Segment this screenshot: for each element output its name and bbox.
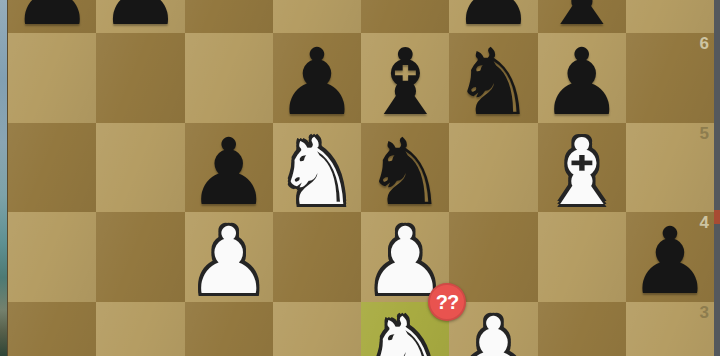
black-pawn-a7[interactable]: ♟ — [11, 0, 93, 38]
square-e6[interactable]: ♝ — [361, 33, 449, 123]
black-knight-f6[interactable]: ♞ — [452, 38, 534, 128]
chess-app-viewport: ♟♟♟♝♟♝♞♟6♟♞♞♝5♟♟♟4♞♟3 ?? — [0, 0, 720, 356]
scrollbar-marker[interactable] — [714, 210, 720, 224]
square-b5[interactable] — [96, 123, 184, 213]
black-pawn-c5[interactable]: ♟ — [187, 128, 269, 218]
white-pawn-f3[interactable]: ♟ — [452, 307, 534, 356]
square-d5[interactable]: ♞ — [273, 123, 361, 213]
square-d6[interactable]: ♟ — [273, 33, 361, 123]
square-h5[interactable]: 5 — [626, 123, 714, 213]
white-bishop-g5[interactable]: ♝ — [540, 128, 622, 218]
square-g6[interactable]: ♟ — [538, 33, 626, 123]
square-g3[interactable] — [538, 302, 626, 356]
square-h6[interactable]: 6 — [626, 33, 714, 123]
black-knight-e5[interactable]: ♞ — [364, 128, 446, 218]
square-d3[interactable] — [273, 302, 361, 356]
black-pawn-d6[interactable]: ♟ — [276, 38, 358, 128]
square-f5[interactable] — [449, 123, 537, 213]
white-pawn-c4[interactable]: ♟ — [187, 217, 269, 307]
scrollbar-track[interactable] — [714, 0, 720, 356]
square-b4[interactable] — [96, 212, 184, 302]
square-e5[interactable]: ♞ — [361, 123, 449, 213]
square-g5[interactable]: ♝ — [538, 123, 626, 213]
black-pawn-g6[interactable]: ♟ — [540, 38, 622, 128]
square-b3[interactable] — [96, 302, 184, 356]
square-b7[interactable]: ♟ — [96, 0, 184, 33]
blunder-badge: ?? — [428, 283, 466, 321]
square-c4[interactable]: ♟ — [185, 212, 273, 302]
square-f6[interactable]: ♞ — [449, 33, 537, 123]
rank-label-4: 4 — [700, 214, 709, 231]
square-h7[interactable] — [626, 0, 714, 33]
rank-label-3: 3 — [700, 304, 709, 321]
square-c6[interactable] — [185, 33, 273, 123]
square-c7[interactable] — [185, 0, 273, 33]
square-a6[interactable] — [8, 33, 96, 123]
square-c5[interactable]: ♟ — [185, 123, 273, 213]
square-a5[interactable] — [8, 123, 96, 213]
square-f4[interactable] — [449, 212, 537, 302]
black-bishop-e6[interactable]: ♝ — [364, 38, 446, 128]
white-knight-d5[interactable]: ♞ — [276, 128, 358, 218]
square-d4[interactable] — [273, 212, 361, 302]
square-a3[interactable] — [8, 302, 96, 356]
square-b6[interactable] — [96, 33, 184, 123]
square-g4[interactable] — [538, 212, 626, 302]
background-photo-sliver — [0, 0, 8, 356]
square-h4[interactable]: ♟4 — [626, 212, 714, 302]
rank-label-6: 6 — [700, 35, 709, 52]
chess-board[interactable]: ♟♟♟♝♟♝♞♟6♟♞♞♝5♟♟♟4♞♟3 — [8, 0, 714, 356]
square-a7[interactable]: ♟ — [8, 0, 96, 33]
rank-label-5: 5 — [700, 125, 709, 142]
black-pawn-b7[interactable]: ♟ — [99, 0, 181, 38]
square-a4[interactable] — [8, 212, 96, 302]
